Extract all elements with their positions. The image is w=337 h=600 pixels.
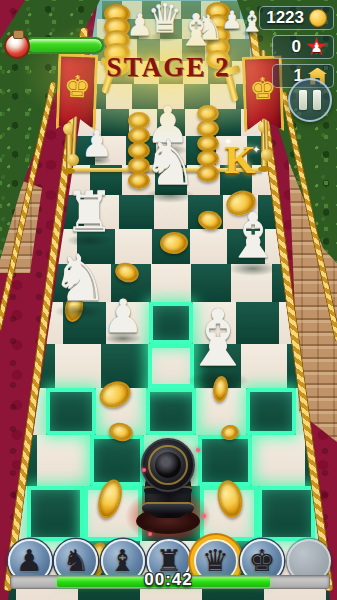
board-row-15 <box>97 19 245 39</box>
board-cell-r11c5[interactable] <box>213 109 241 136</box>
board-cell-r16c6[interactable] <box>220 1 240 20</box>
board-cell-r6c5[interactable] <box>231 264 271 302</box>
board-cell-r16c1[interactable] <box>122 1 142 20</box>
board-cell-r6c2[interactable] <box>111 264 151 302</box>
board-cell-r15c4[interactable] <box>182 19 203 39</box>
board-cell-r10c3[interactable] <box>156 136 186 165</box>
timer-text: 00:42 <box>0 570 337 590</box>
target-cell-r1c2[interactable] <box>84 486 142 541</box>
board-cell-r12c4[interactable] <box>184 84 210 109</box>
pieces-destroyed-value: 0 <box>292 37 301 57</box>
board-cell-r16c0[interactable] <box>102 1 122 20</box>
board-cell-r16c2[interactable] <box>142 1 162 20</box>
board-cell-r8c5[interactable] <box>223 195 258 228</box>
pause-icon <box>313 90 321 110</box>
board-cell-r5c4[interactable] <box>193 302 236 343</box>
health-fill <box>26 39 102 52</box>
board-row-1 <box>0 486 337 541</box>
board-cell-r3c2[interactable] <box>96 388 146 435</box>
board-row-4 <box>8 344 334 388</box>
board-cell-r6c1[interactable] <box>70 264 110 302</box>
target-cell-r1c5[interactable] <box>258 486 316 541</box>
board-cell-r11c2[interactable] <box>129 109 157 136</box>
target-cell-r3c3[interactable] <box>146 388 196 435</box>
board-cell-r15c3[interactable] <box>160 19 181 39</box>
board-row-8 <box>49 195 293 228</box>
board-row-3 <box>0 388 337 435</box>
coin-icon <box>309 9 327 27</box>
coins-value: 1223 <box>266 8 304 28</box>
target-cell-r5c3[interactable] <box>149 302 192 343</box>
board-cell-r7c5[interactable] <box>227 229 265 265</box>
board-cell-r8c1[interactable] <box>84 195 119 228</box>
board-cell-r5c1[interactable] <box>63 302 106 343</box>
target-cell-r1c1[interactable] <box>27 486 85 541</box>
board-cell-r11c3[interactable] <box>157 109 185 136</box>
target-cell-r3c5[interactable] <box>246 388 296 435</box>
board-row-10 <box>65 136 277 165</box>
board-row-16 <box>102 1 240 20</box>
health-bar <box>4 32 108 60</box>
board-cell-r8c4[interactable] <box>188 195 223 228</box>
board-cell-r16c3[interactable] <box>161 1 181 20</box>
board-cell-r12c3[interactable] <box>158 84 184 109</box>
target-cell-r2c2[interactable] <box>90 435 144 486</box>
pieces-destroyed-counter: 0 ♟ <box>272 35 334 59</box>
board-row-11 <box>73 109 270 136</box>
board-row-6 <box>30 264 312 302</box>
pawn-burst-icon: ♟ <box>306 37 327 58</box>
target-cell-r4c3[interactable] <box>148 344 195 388</box>
coins-counter: 1223 <box>259 6 334 30</box>
hud-stats: 1223 0 ♟ 1 <box>259 6 334 88</box>
board-cell-r15c1[interactable] <box>118 19 139 39</box>
board-cell-r12c2[interactable] <box>132 84 158 109</box>
board-cell-r16c4[interactable] <box>181 1 201 20</box>
board-cell-r4c4[interactable] <box>194 344 241 388</box>
board-cell-r10c2[interactable] <box>126 136 156 165</box>
pause-button[interactable] <box>288 78 332 122</box>
board-cell-r3c4[interactable] <box>196 388 246 435</box>
board-cell-r6c3[interactable] <box>151 264 191 302</box>
board-cell-r8c3[interactable] <box>154 195 189 228</box>
board-cell-r6c4[interactable] <box>191 264 231 302</box>
board-cell-r2c3[interactable] <box>144 435 198 486</box>
board-row-2 <box>0 435 337 486</box>
finish-line-rope <box>68 168 262 172</box>
board-cell-r4c2[interactable] <box>101 344 148 388</box>
board-cell-r11c4[interactable] <box>185 109 213 136</box>
board-cell-r2c1[interactable] <box>37 435 91 486</box>
board-cell-r15c6[interactable] <box>224 19 245 39</box>
board-row-7 <box>40 229 303 265</box>
target-cell-r3c1[interactable] <box>46 388 96 435</box>
board-cell-r8c2[interactable] <box>119 195 154 228</box>
board-cell-r7c3[interactable] <box>152 229 190 265</box>
board-cell-r2c5[interactable] <box>252 435 306 486</box>
target-cell-r1c4[interactable] <box>200 486 258 541</box>
board-cell-r4c1[interactable] <box>55 344 102 388</box>
board-cell-r10c4[interactable] <box>186 136 216 165</box>
board-cell-r5c2[interactable] <box>106 302 149 343</box>
board-cell-r7c2[interactable] <box>115 229 153 265</box>
target-cell-r2c4[interactable] <box>198 435 252 486</box>
board-cell-r15c5[interactable] <box>203 19 224 39</box>
board-cell-r7c4[interactable] <box>190 229 228 265</box>
potion-icon <box>4 33 30 59</box>
health-track <box>24 37 104 54</box>
game-screen: ♚ ♚ ♟♛♝♞♟♝♟♞♟♜♝♞♟♝K✦✦ STAGE 2 1223 0 ♟ 1… <box>0 0 337 600</box>
board-cell-r4c5[interactable] <box>241 344 288 388</box>
board-cell-r1c3[interactable] <box>142 486 200 541</box>
pause-icon <box>299 90 307 110</box>
board-cell-r15c2[interactable] <box>139 19 160 39</box>
board-cell-r7c1[interactable] <box>77 229 115 265</box>
board-cell-r10c1[interactable] <box>95 136 125 165</box>
board-row-5 <box>19 302 322 343</box>
board-cell-r5c5[interactable] <box>236 302 279 343</box>
board-cell-r16c5[interactable] <box>201 1 221 20</box>
board-cell-r11c1[interactable] <box>101 109 129 136</box>
board-cell-r10c5[interactable] <box>216 136 246 165</box>
